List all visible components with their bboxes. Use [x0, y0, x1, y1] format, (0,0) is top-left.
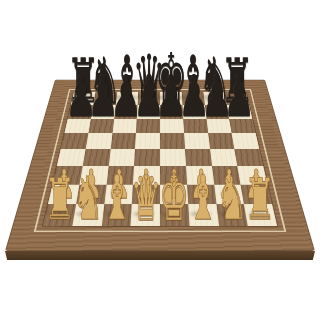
square-c5	[110, 133, 136, 149]
square-d4	[134, 149, 160, 166]
square-b4	[83, 149, 111, 166]
square-h1	[244, 204, 277, 226]
square-e4	[160, 149, 186, 166]
square-h3	[237, 166, 267, 184]
square-g6	[206, 119, 232, 134]
square-c8	[115, 92, 138, 105]
square-a8	[71, 92, 95, 105]
square-b3	[79, 166, 108, 184]
square-c1	[101, 204, 132, 226]
square-d3	[133, 166, 160, 184]
square-f2	[187, 184, 216, 204]
square-a5	[61, 133, 89, 149]
square-g8	[203, 92, 227, 105]
square-e6	[160, 119, 184, 134]
square-d1	[131, 204, 160, 226]
square-e3	[160, 166, 187, 184]
board-front-edge	[5, 251, 315, 260]
chess-board	[5, 80, 315, 251]
square-e2	[160, 184, 188, 204]
square-h7	[227, 105, 252, 119]
square-f8	[182, 92, 205, 105]
square-d5	[135, 133, 160, 149]
square-e5	[160, 133, 185, 149]
square-f3	[186, 166, 214, 184]
square-h4	[235, 149, 264, 166]
square-f5	[184, 133, 210, 149]
square-a7	[68, 105, 93, 119]
square-g4	[210, 149, 238, 166]
square-h2	[241, 184, 273, 204]
square-g1	[216, 204, 248, 226]
square-d6	[136, 119, 160, 134]
square-g3	[212, 166, 241, 184]
square-d2	[132, 184, 160, 204]
square-a1	[43, 204, 76, 226]
square-b5	[85, 133, 112, 149]
square-e7	[160, 105, 183, 119]
chessboard-product-photo: ♜♞♝♛♚♝♞♜♟♟♟♟♟♟♟♟♟♟♟♟♟♟♟♟♜♞♝♛♚♝♞♜	[0, 0, 320, 320]
square-b7	[91, 105, 116, 119]
square-b8	[93, 92, 117, 105]
square-h5	[232, 133, 260, 149]
square-a6	[64, 119, 90, 134]
square-a3	[52, 166, 82, 184]
square-e8	[160, 92, 182, 105]
board-squares	[43, 92, 277, 226]
square-d7	[137, 105, 160, 119]
square-f6	[183, 119, 208, 134]
square-f7	[182, 105, 206, 119]
square-c3	[106, 166, 134, 184]
square-c2	[104, 184, 133, 204]
square-f1	[188, 204, 219, 226]
square-c7	[114, 105, 138, 119]
square-f4	[185, 149, 212, 166]
square-a4	[57, 149, 86, 166]
square-g2	[214, 184, 244, 204]
square-c6	[112, 119, 137, 134]
square-b2	[76, 184, 106, 204]
square-g5	[208, 133, 235, 149]
square-b1	[72, 204, 104, 226]
square-e1	[160, 204, 189, 226]
square-c4	[108, 149, 135, 166]
square-b6	[88, 119, 114, 134]
square-g7	[205, 105, 230, 119]
square-d8	[138, 92, 160, 105]
square-a2	[48, 184, 80, 204]
square-h8	[225, 92, 249, 105]
square-h6	[229, 119, 255, 134]
